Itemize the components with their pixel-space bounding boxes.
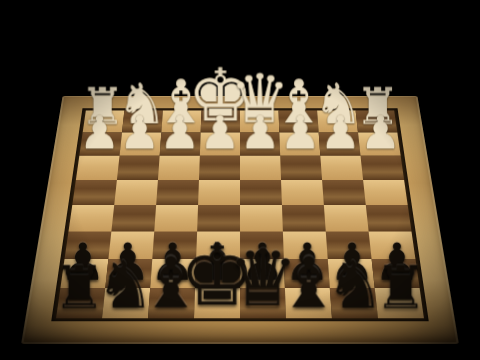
square-d4: [240, 180, 282, 205]
square-a8: ♜: [375, 288, 424, 318]
square-c2: ♟: [279, 133, 320, 156]
square-h4: [72, 180, 117, 205]
white-pawn: ♟: [280, 109, 321, 155]
board-grid: ♜♞♝♚♛♝♞♜♟♟♟♟♟♟♟♟♟♟♟♟♟♟♟♟♜♞♝♚♛♝♞♜: [56, 110, 424, 318]
square-b2: ♟: [319, 133, 361, 156]
white-pawn: ♟: [240, 109, 281, 155]
square-b3: [320, 156, 363, 180]
square-g4: [114, 180, 158, 205]
square-d2: ♟: [240, 133, 280, 156]
square-e4: [198, 180, 240, 205]
white-pawn: ♟: [199, 109, 240, 155]
square-b4: [322, 180, 366, 205]
white-pawn: ♟: [119, 109, 160, 155]
square-a5: [366, 205, 412, 231]
white-pawn: ♟: [320, 109, 361, 155]
board-frame: ♜♞♝♚♛♝♞♜♟♟♟♟♟♟♟♟♟♟♟♟♟♟♟♟♜♞♝♚♛♝♞♜: [21, 96, 459, 344]
white-pawn: ♟: [159, 109, 200, 155]
square-f3: [158, 156, 200, 180]
square-c4: [281, 180, 324, 205]
square-e3: [199, 156, 240, 180]
square-a3: [360, 156, 404, 180]
white-pawn: ♟: [79, 109, 120, 155]
square-e2: ♟: [200, 133, 240, 156]
square-b5: [324, 205, 369, 231]
square-b8: ♞: [330, 288, 378, 318]
square-g5: [111, 205, 156, 231]
square-a4: [363, 180, 408, 205]
square-a2: ♟: [358, 133, 401, 156]
board-perspective: ♜♞♝♚♛♝♞♜♟♟♟♟♟♟♟♟♟♟♟♟♟♟♟♟♜♞♝♚♛♝♞♜: [21, 96, 459, 344]
board-inner-border: ♜♞♝♚♛♝♞♜♟♟♟♟♟♟♟♟♟♟♟♟♟♟♟♟♜♞♝♚♛♝♞♜: [51, 108, 429, 321]
square-h2: ♟: [79, 133, 122, 156]
square-g2: ♟: [120, 133, 162, 156]
white-pawn: ♟: [360, 109, 401, 155]
square-h5: [68, 205, 114, 231]
square-f4: [156, 180, 199, 205]
chess-board: ♜♞♝♚♛♝♞♜♟♟♟♟♟♟♟♟♟♟♟♟♟♟♟♟♜♞♝♚♛♝♞♜: [44, 8, 436, 360]
photo-stage: ♜♞♝♚♛♝♞♜♟♟♟♟♟♟♟♟♟♟♟♟♟♟♟♟♜♞♝♚♛♝♞♜: [0, 0, 480, 360]
square-d3: [240, 156, 281, 180]
square-g3: [117, 156, 160, 180]
square-c5: [282, 205, 326, 231]
square-f2: ♟: [160, 133, 201, 156]
black-rook: ♜: [374, 258, 427, 317]
square-h3: [76, 156, 120, 180]
square-c3: [280, 156, 322, 180]
